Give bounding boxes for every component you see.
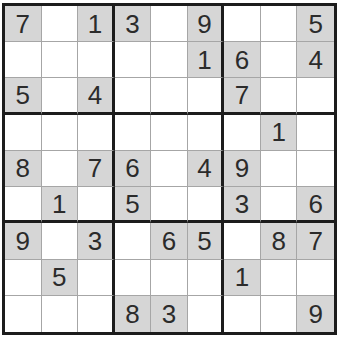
- sudoku-cell-r9c8[interactable]: [261, 296, 298, 332]
- sudoku-cell-r8c2[interactable]: 5: [42, 260, 79, 296]
- sudoku-cell-r1c1[interactable]: 7: [5, 6, 42, 42]
- sudoku-cell-r2c3[interactable]: [78, 42, 115, 78]
- sudoku-cell-r4c3[interactable]: [78, 115, 115, 151]
- sudoku-cell-r5c8[interactable]: [261, 151, 298, 187]
- sudoku-cell-r2c1[interactable]: [5, 42, 42, 78]
- sudoku-cell-r6c2[interactable]: 1: [42, 187, 79, 223]
- sudoku-cell-r8c3[interactable]: [78, 260, 115, 296]
- sudoku-cell-r2c7[interactable]: 6: [224, 42, 261, 78]
- sudoku-cell-r6c9[interactable]: 6: [297, 187, 334, 223]
- sudoku-cell-r5c6[interactable]: 4: [188, 151, 225, 187]
- sudoku-cell-r6c6[interactable]: [188, 187, 225, 223]
- sudoku-cell-r4c9[interactable]: [297, 115, 334, 151]
- sudoku-cell-r8c8[interactable]: [261, 260, 298, 296]
- sudoku-cell-r7c9[interactable]: 7: [297, 223, 334, 259]
- sudoku-cell-r6c4[interactable]: 5: [115, 187, 152, 223]
- sudoku-cell-r3c5[interactable]: [151, 78, 188, 114]
- sudoku-cell-r4c7[interactable]: [224, 115, 261, 151]
- sudoku-cell-r6c1[interactable]: [5, 187, 42, 223]
- sudoku-cell-r6c7[interactable]: 3: [224, 187, 261, 223]
- sudoku-cell-r5c7[interactable]: 9: [224, 151, 261, 187]
- sudoku-cell-r2c5[interactable]: [151, 42, 188, 78]
- sudoku-cell-r4c5[interactable]: [151, 115, 188, 151]
- sudoku-cell-r8c9[interactable]: [297, 260, 334, 296]
- sudoku-cell-r1c7[interactable]: [224, 6, 261, 42]
- sudoku-cell-r7c1[interactable]: 9: [5, 223, 42, 259]
- sudoku-cell-r2c9[interactable]: 4: [297, 42, 334, 78]
- sudoku-board: 71395164547187649153693658751839: [2, 3, 337, 335]
- sudoku-cell-r3c4[interactable]: [115, 78, 152, 114]
- sudoku-cell-r4c6[interactable]: [188, 115, 225, 151]
- sudoku-cell-r3c9[interactable]: [297, 78, 334, 114]
- sudoku-cell-r5c2[interactable]: [42, 151, 79, 187]
- sudoku-cell-r6c5[interactable]: [151, 187, 188, 223]
- sudoku-cell-r4c4[interactable]: [115, 115, 152, 151]
- sudoku-cell-r5c1[interactable]: 8: [5, 151, 42, 187]
- sudoku-cell-r7c5[interactable]: 6: [151, 223, 188, 259]
- sudoku-cell-r8c5[interactable]: [151, 260, 188, 296]
- sudoku-cell-r3c8[interactable]: [261, 78, 298, 114]
- sudoku-cell-r7c8[interactable]: 8: [261, 223, 298, 259]
- sudoku-cell-r8c6[interactable]: [188, 260, 225, 296]
- sudoku-cell-r5c3[interactable]: 7: [78, 151, 115, 187]
- sudoku-cell-r1c5[interactable]: [151, 6, 188, 42]
- sudoku-cell-r9c5[interactable]: 3: [151, 296, 188, 332]
- sudoku-cell-r1c4[interactable]: 3: [115, 6, 152, 42]
- sudoku-cell-r9c6[interactable]: [188, 296, 225, 332]
- sudoku-cell-r2c6[interactable]: 1: [188, 42, 225, 78]
- sudoku-cell-r8c7[interactable]: 1: [224, 260, 261, 296]
- sudoku-cell-r6c3[interactable]: [78, 187, 115, 223]
- sudoku-cell-r3c6[interactable]: [188, 78, 225, 114]
- sudoku-cell-r9c2[interactable]: [42, 296, 79, 332]
- sudoku-cell-r6c8[interactable]: [261, 187, 298, 223]
- sudoku-cell-r7c6[interactable]: 5: [188, 223, 225, 259]
- sudoku-cell-r4c8[interactable]: 1: [261, 115, 298, 151]
- sudoku-cell-r9c3[interactable]: [78, 296, 115, 332]
- sudoku-cell-r7c7[interactable]: [224, 223, 261, 259]
- sudoku-cell-r3c3[interactable]: 4: [78, 78, 115, 114]
- sudoku-cell-r2c4[interactable]: [115, 42, 152, 78]
- sudoku-cell-r2c2[interactable]: [42, 42, 79, 78]
- sudoku-cell-r1c9[interactable]: 5: [297, 6, 334, 42]
- sudoku-cell-r5c4[interactable]: 6: [115, 151, 152, 187]
- sudoku-cell-r4c1[interactable]: [5, 115, 42, 151]
- sudoku-cell-r1c3[interactable]: 1: [78, 6, 115, 42]
- sudoku-screen: 71395164547187649153693658751839: [0, 0, 340, 338]
- sudoku-cell-r1c2[interactable]: [42, 6, 79, 42]
- sudoku-cell-r9c4[interactable]: 8: [115, 296, 152, 332]
- sudoku-cell-r3c7[interactable]: 7: [224, 78, 261, 114]
- sudoku-cell-r9c7[interactable]: [224, 296, 261, 332]
- sudoku-cell-r5c9[interactable]: [297, 151, 334, 187]
- sudoku-cell-r3c2[interactable]: [42, 78, 79, 114]
- sudoku-cell-r5c5[interactable]: [151, 151, 188, 187]
- sudoku-cell-r2c8[interactable]: [261, 42, 298, 78]
- sudoku-cell-r1c8[interactable]: [261, 6, 298, 42]
- sudoku-cell-r4c2[interactable]: [42, 115, 79, 151]
- sudoku-cell-r3c1[interactable]: 5: [5, 78, 42, 114]
- sudoku-cell-r7c4[interactable]: [115, 223, 152, 259]
- sudoku-cell-r9c9[interactable]: 9: [297, 296, 334, 332]
- sudoku-cell-r8c4[interactable]: [115, 260, 152, 296]
- sudoku-cell-r8c1[interactable]: [5, 260, 42, 296]
- sudoku-cell-r9c1[interactable]: [5, 296, 42, 332]
- sudoku-cell-r7c2[interactable]: [42, 223, 79, 259]
- sudoku-cell-r7c3[interactable]: 3: [78, 223, 115, 259]
- sudoku-cell-r1c6[interactable]: 9: [188, 6, 225, 42]
